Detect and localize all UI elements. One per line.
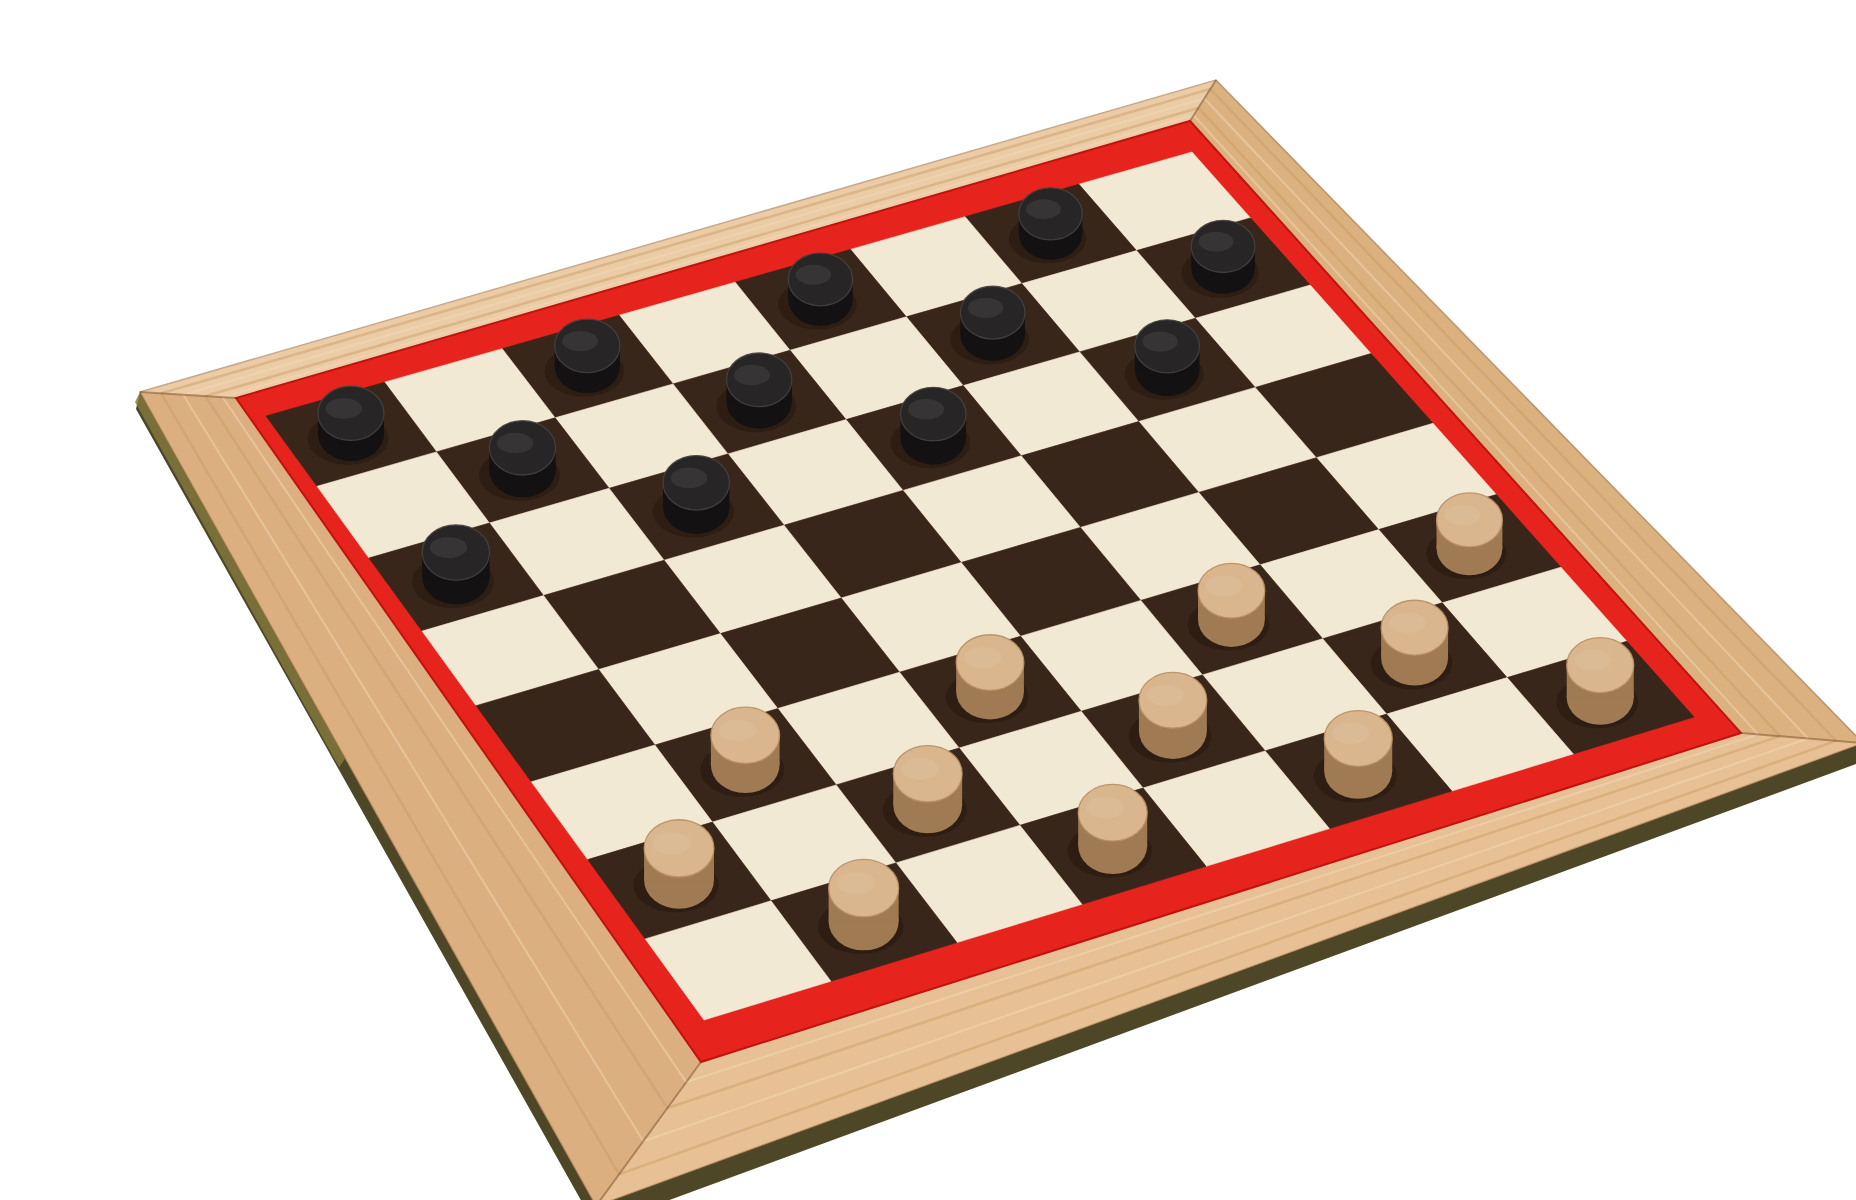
checker-black-sheen bbox=[430, 537, 467, 558]
checker-white-sheen bbox=[1444, 505, 1480, 526]
checkers-board-photo bbox=[40, 16, 1856, 1200]
checker-white-sheen bbox=[1206, 575, 1243, 596]
checker-black-sheen bbox=[671, 468, 708, 489]
checker-white-sheen bbox=[1086, 797, 1124, 819]
checker-white-sheen bbox=[964, 647, 1001, 668]
checker-black-sheen bbox=[968, 298, 1003, 318]
checker-black-sheen bbox=[734, 365, 770, 385]
checker-black-sheen bbox=[1026, 199, 1061, 219]
checker-black-sheen bbox=[562, 331, 598, 351]
checker-white-sheen bbox=[1574, 650, 1611, 671]
checker-black-sheen bbox=[1199, 232, 1234, 252]
checker-white-sheen bbox=[1332, 723, 1369, 744]
checker-white-sheen bbox=[719, 720, 757, 741]
checker-black-sheen bbox=[325, 398, 361, 419]
checker-black-sheen bbox=[1142, 332, 1178, 352]
board-photo-svg bbox=[40, 16, 1856, 1200]
checker-white-sheen bbox=[901, 758, 939, 779]
checker-black-sheen bbox=[497, 433, 533, 454]
checker-black-sheen bbox=[796, 265, 831, 285]
checker-white-sheen bbox=[837, 872, 876, 894]
checker-black-sheen bbox=[908, 399, 944, 419]
checker-white-sheen bbox=[1389, 612, 1426, 633]
checker-white-sheen bbox=[1147, 685, 1184, 706]
checker-white-sheen bbox=[652, 832, 690, 854]
